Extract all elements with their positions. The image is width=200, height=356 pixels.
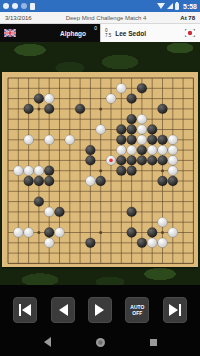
black-stone bbox=[44, 166, 54, 176]
dot-notification-icon bbox=[21, 3, 27, 9]
android-nav-bar bbox=[0, 335, 200, 349]
white-stone bbox=[147, 238, 157, 248]
white-stone bbox=[24, 228, 34, 238]
white-stone bbox=[34, 166, 44, 176]
skip-to-start-button[interactable] bbox=[13, 297, 37, 323]
black-stone bbox=[116, 135, 126, 145]
replay-controls: AUTO OFF bbox=[0, 297, 200, 323]
move-number-label: At 78 bbox=[180, 15, 195, 21]
dot-notification-icon bbox=[12, 3, 18, 9]
black-player-name: Alphago bbox=[60, 30, 86, 37]
white-stone bbox=[65, 135, 75, 145]
white-stone bbox=[116, 145, 126, 155]
next-move-icon bbox=[92, 303, 108, 317]
black-stone bbox=[158, 156, 168, 166]
black-stone bbox=[158, 176, 168, 186]
black-stone bbox=[116, 125, 126, 135]
game-date: 3/13/2016 bbox=[5, 15, 32, 21]
white-score-column: 0 7.5 bbox=[105, 28, 111, 39]
black-stone bbox=[96, 176, 106, 186]
skip-to-end-button[interactable] bbox=[163, 297, 187, 323]
go-board[interactable] bbox=[2, 72, 198, 267]
home-icon[interactable] bbox=[95, 337, 106, 348]
black-stone bbox=[137, 83, 147, 93]
notification-icons bbox=[3, 3, 157, 10]
skip-to-start-icon bbox=[17, 303, 33, 317]
uk-flag-icon bbox=[4, 29, 16, 37]
bottom-panel: AUTO OFF bbox=[0, 285, 200, 356]
black-stone bbox=[116, 166, 126, 176]
black-stone bbox=[34, 197, 44, 207]
black-stone bbox=[147, 156, 157, 166]
black-stone bbox=[137, 156, 147, 166]
app-screen: 5:58 3/13/2016 Deep Mind Challenge Match… bbox=[0, 0, 200, 356]
white-stone bbox=[106, 94, 116, 104]
off-label: OFF bbox=[132, 310, 142, 317]
black-stone bbox=[158, 135, 168, 145]
white-stone bbox=[44, 238, 54, 248]
black-stone bbox=[137, 145, 147, 155]
android-status-bar: 5:58 bbox=[0, 0, 200, 12]
white-stone bbox=[44, 135, 54, 145]
black-stone bbox=[127, 135, 137, 145]
gear-icon bbox=[3, 3, 9, 9]
black-stone bbox=[86, 156, 96, 166]
clock-time: 5:58 bbox=[183, 3, 197, 10]
recents-icon[interactable] bbox=[149, 338, 158, 347]
white-stone bbox=[168, 145, 178, 155]
white-stone bbox=[168, 156, 178, 166]
white-player-name: Lee Sedol bbox=[115, 30, 146, 37]
black-stone bbox=[34, 94, 44, 104]
black-stone bbox=[127, 228, 137, 238]
white-stone bbox=[158, 145, 168, 155]
game-title: Deep Mind Challenge Match 4 bbox=[66, 15, 147, 21]
black-stone bbox=[137, 238, 147, 248]
white-stone bbox=[127, 145, 137, 155]
white-stone bbox=[13, 228, 23, 238]
black-stone bbox=[44, 104, 54, 114]
auto-play-button[interactable]: AUTO OFF bbox=[125, 297, 149, 323]
black-stone bbox=[147, 125, 157, 135]
black-stone bbox=[86, 238, 96, 248]
black-stone bbox=[127, 94, 137, 104]
skip-to-end-icon bbox=[167, 303, 183, 317]
black-stone bbox=[127, 166, 137, 176]
wifi-icon bbox=[157, 3, 165, 9]
white-stone bbox=[158, 238, 168, 248]
white-stone bbox=[44, 207, 54, 217]
black-stone bbox=[168, 176, 178, 186]
app-notification-icon bbox=[30, 3, 35, 10]
black-stone bbox=[24, 104, 34, 114]
previous-move-button[interactable] bbox=[51, 297, 75, 323]
next-move-button[interactable] bbox=[88, 297, 112, 323]
previous-move-icon bbox=[55, 303, 71, 317]
white-stone bbox=[116, 83, 126, 93]
white-stone bbox=[158, 217, 168, 227]
black-stone bbox=[24, 176, 34, 186]
back-icon[interactable] bbox=[43, 337, 53, 347]
white-stone bbox=[168, 135, 178, 145]
black-stone bbox=[127, 207, 137, 217]
black-stone bbox=[75, 104, 85, 114]
white-stone bbox=[168, 228, 178, 238]
black-stone bbox=[44, 176, 54, 186]
cell-signal-icon bbox=[167, 3, 173, 9]
black-stone bbox=[86, 145, 96, 155]
black-stone bbox=[55, 207, 65, 217]
white-stone bbox=[13, 166, 23, 176]
white-stone bbox=[137, 135, 147, 145]
black-stone bbox=[34, 176, 44, 186]
white-player-panel: 0 7.5 Lee Sedol bbox=[100, 24, 200, 42]
white-stone bbox=[96, 125, 106, 135]
black-player-panel: Alphago 0 bbox=[0, 24, 100, 42]
white-stone bbox=[86, 176, 96, 186]
black-stone bbox=[158, 104, 168, 114]
white-stone bbox=[168, 166, 178, 176]
white-stone bbox=[147, 145, 157, 155]
black-stone bbox=[147, 135, 157, 145]
system-status-icons: 5:58 bbox=[157, 3, 197, 10]
white-stone bbox=[24, 135, 34, 145]
battery-icon bbox=[175, 3, 179, 10]
game-header: 3/13/2016 Deep Mind Challenge Match 4 At… bbox=[0, 12, 200, 24]
white-stone bbox=[44, 94, 54, 104]
players-bar: Alphago 0 0 7.5 Lee Sedol bbox=[0, 24, 200, 42]
white-stone bbox=[137, 114, 147, 124]
komi-value: 7.5 bbox=[105, 33, 111, 38]
south-korea-flag-icon bbox=[184, 29, 196, 37]
black-stone bbox=[147, 228, 157, 238]
last-move-marker bbox=[109, 159, 113, 163]
black-stone bbox=[127, 114, 137, 124]
black-stone bbox=[127, 156, 137, 166]
black-stone bbox=[44, 228, 54, 238]
black-stone bbox=[116, 156, 126, 166]
white-stone bbox=[24, 166, 34, 176]
black-captures-count: 0 bbox=[94, 25, 97, 31]
white-stone bbox=[137, 125, 147, 135]
white-stone bbox=[55, 228, 65, 238]
black-stone bbox=[127, 125, 137, 135]
